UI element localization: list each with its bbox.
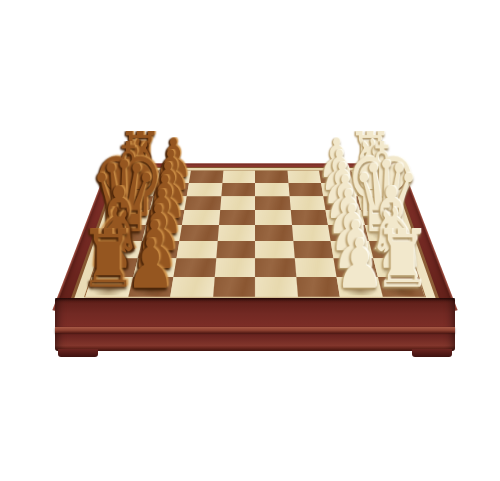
box-foot-right bbox=[412, 349, 452, 357]
board-square bbox=[290, 210, 328, 225]
box-front-face bbox=[55, 298, 455, 351]
board-square bbox=[288, 183, 323, 196]
board-square bbox=[287, 171, 321, 183]
board-square bbox=[289, 196, 325, 210]
maple-border: ♜♟♟♜♞♟♟♞♝♟♟♝♚♟♟♚♛♟♟♛♝♟♟♝♞♟♟♞♜♟♟♜ bbox=[73, 168, 437, 302]
chess-piece-white-pawn: ♟ bbox=[335, 237, 384, 291]
board-square bbox=[177, 241, 218, 258]
board-square: ♟ bbox=[128, 277, 174, 297]
board-square bbox=[255, 277, 297, 297]
board-square bbox=[189, 171, 223, 183]
board-square bbox=[255, 183, 289, 196]
board-square bbox=[292, 225, 331, 241]
board-square bbox=[255, 171, 288, 183]
box-molding bbox=[55, 327, 455, 333]
board-square bbox=[219, 210, 256, 225]
board-square bbox=[222, 171, 255, 183]
board-frame-rim: ♜♟♟♜♞♟♟♞♝♟♟♝♚♟♟♚♛♟♟♛♝♟♟♝♞♟♟♞♜♟♟♜ bbox=[52, 163, 458, 311]
chess-piece-black-pawn: ♟ bbox=[125, 237, 174, 291]
box-foot-left bbox=[58, 349, 98, 357]
board-square bbox=[184, 196, 220, 210]
product-photo: ♜♟♟♜♞♟♟♞♝♟♟♝♚♟♟♚♛♟♟♛♝♟♟♝♞♟♟♞♜♟♟♜ bbox=[0, 0, 500, 481]
board-square bbox=[173, 258, 215, 277]
board-square bbox=[217, 225, 255, 241]
board-square bbox=[213, 277, 255, 297]
board-square bbox=[179, 225, 218, 241]
board-square bbox=[255, 225, 293, 241]
board-square bbox=[214, 258, 255, 277]
walnut-band: ♜♟♟♜♞♟♟♞♝♟♟♝♚♟♟♚♛♟♟♛♝♟♟♝♞♟♟♞♜♟♟♜ bbox=[69, 167, 441, 304]
board-square bbox=[296, 277, 340, 297]
board-square bbox=[255, 241, 294, 258]
board-square bbox=[255, 196, 290, 210]
board-square bbox=[220, 196, 255, 210]
board-square bbox=[216, 241, 255, 258]
board-square: ♜ bbox=[377, 277, 424, 297]
board-square: ♟ bbox=[337, 277, 383, 297]
board-square bbox=[221, 183, 255, 196]
board-square bbox=[182, 210, 220, 225]
board-square bbox=[187, 183, 222, 196]
board-square bbox=[293, 241, 334, 258]
board-square bbox=[255, 258, 296, 277]
board-square bbox=[255, 210, 292, 225]
board-square bbox=[294, 258, 336, 277]
chess-board: ♜♟♟♜♞♟♟♞♝♟♟♝♚♟♟♚♛♟♟♛♝♟♟♝♞♟♟♞♜♟♟♜ bbox=[85, 171, 424, 297]
board-square bbox=[170, 277, 214, 297]
